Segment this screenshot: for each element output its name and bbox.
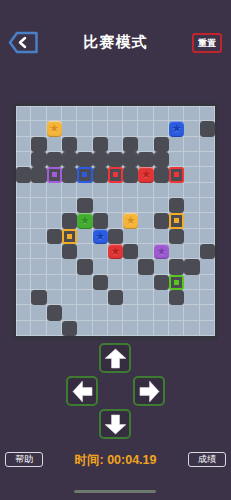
block <box>93 167 108 182</box>
home-indicator <box>74 490 156 493</box>
board-cell <box>93 152 108 167</box>
board-cell <box>62 198 77 213</box>
gem-blue: ★ <box>169 121 184 136</box>
board-cell <box>138 213 153 228</box>
star-icon: ★ <box>111 246 121 257</box>
board-cell <box>184 290 199 305</box>
board-cell: ★ <box>123 213 138 228</box>
board-cell <box>154 305 169 320</box>
block <box>200 121 215 136</box>
block <box>169 198 184 213</box>
down-arrow-icon <box>104 414 127 435</box>
block <box>108 229 123 244</box>
board-cell <box>169 305 184 320</box>
reset-button[interactable]: 重置 <box>192 33 222 53</box>
board-cell <box>31 244 46 259</box>
block <box>16 167 31 182</box>
target-center <box>174 172 179 177</box>
board-cell <box>16 321 31 336</box>
block <box>93 213 108 228</box>
gem-purple: ★ <box>154 244 169 259</box>
board-cell <box>47 167 62 182</box>
board-cell <box>47 213 62 228</box>
target-center <box>82 172 87 177</box>
target-yellow <box>62 229 77 244</box>
block <box>154 152 169 167</box>
board-cell <box>154 152 169 167</box>
board-cell <box>154 183 169 198</box>
board-cell <box>200 244 215 259</box>
block <box>169 290 184 305</box>
board-cell <box>200 198 215 213</box>
board-cell <box>31 321 46 336</box>
board-cell <box>62 244 77 259</box>
board-cell <box>31 167 46 182</box>
target-yellow <box>169 213 184 228</box>
block <box>108 290 123 305</box>
gem-yellow: ★ <box>47 121 62 136</box>
block <box>31 167 46 182</box>
board-cell <box>47 275 62 290</box>
board-cell <box>108 305 123 320</box>
board-cell <box>123 183 138 198</box>
block <box>169 229 184 244</box>
board-cell <box>77 259 92 274</box>
board-cell <box>184 321 199 336</box>
board-cell <box>169 183 184 198</box>
board-cell <box>108 290 123 305</box>
board-cell <box>184 137 199 152</box>
board-cell <box>200 152 215 167</box>
board-cell <box>47 229 62 244</box>
board-cell <box>200 275 215 290</box>
board-cell <box>154 213 169 228</box>
board-cell <box>62 121 77 136</box>
board-cell <box>77 290 92 305</box>
star-icon: ★ <box>172 123 182 134</box>
board-cell <box>31 106 46 121</box>
board-cell <box>154 121 169 136</box>
block <box>62 321 77 336</box>
board-cell <box>169 275 184 290</box>
board-cell <box>169 259 184 274</box>
board-cell <box>123 198 138 213</box>
block <box>93 275 108 290</box>
board-cell <box>138 121 153 136</box>
board-cell <box>200 290 215 305</box>
board-cell <box>184 106 199 121</box>
board-cell <box>16 229 31 244</box>
board-cell <box>16 198 31 213</box>
board-cell <box>93 321 108 336</box>
board-cell <box>154 167 169 182</box>
block <box>154 213 169 228</box>
board-cell <box>184 229 199 244</box>
board-cell <box>77 229 92 244</box>
board-cell <box>16 183 31 198</box>
board-cell <box>200 137 215 152</box>
star-icon: ★ <box>126 215 136 226</box>
target-purple <box>47 167 62 182</box>
board-cell <box>154 259 169 274</box>
board-cell <box>138 198 153 213</box>
board-cell <box>93 275 108 290</box>
star-icon: ★ <box>80 215 90 226</box>
board-cell <box>16 305 31 320</box>
board-cell <box>169 290 184 305</box>
board-cell <box>31 198 46 213</box>
board-cell <box>62 290 77 305</box>
block <box>123 167 138 182</box>
target-red <box>169 167 184 182</box>
board-cell <box>169 106 184 121</box>
board-cell <box>62 152 77 167</box>
board-cell <box>93 213 108 228</box>
target-green <box>169 275 184 290</box>
score-button[interactable]: 成绩 <box>188 452 226 467</box>
block <box>123 152 138 167</box>
block <box>62 167 77 182</box>
board-cell <box>47 305 62 320</box>
board-cell <box>138 229 153 244</box>
board-cell <box>138 106 153 121</box>
left-arrow-icon <box>72 380 93 403</box>
board-cell <box>184 198 199 213</box>
board-cell <box>184 305 199 320</box>
board-cell <box>47 321 62 336</box>
block <box>93 137 108 152</box>
board-cell <box>62 259 77 274</box>
board-cell <box>108 229 123 244</box>
block <box>138 152 153 167</box>
board-cell <box>47 244 62 259</box>
board-cell <box>184 167 199 182</box>
board-cell <box>200 305 215 320</box>
board-cell <box>154 137 169 152</box>
board-cell <box>16 213 31 228</box>
board-cell <box>93 167 108 182</box>
board-cell <box>123 290 138 305</box>
target-center <box>113 172 118 177</box>
board-cell: ★ <box>154 244 169 259</box>
board-cell <box>200 121 215 136</box>
board-cell <box>93 244 108 259</box>
board-cell <box>47 183 62 198</box>
gem-yellow: ★ <box>123 213 138 228</box>
block <box>154 167 169 182</box>
block <box>77 152 92 167</box>
board-cell <box>200 167 215 182</box>
star-icon: ★ <box>95 231 105 242</box>
board-cell <box>31 213 46 228</box>
star-icon: ★ <box>49 123 59 134</box>
block <box>77 259 92 274</box>
board-cell <box>154 290 169 305</box>
board-cell <box>93 305 108 320</box>
board-cell <box>16 259 31 274</box>
board-cell <box>169 229 184 244</box>
board-cell <box>77 305 92 320</box>
board-cell <box>138 183 153 198</box>
block <box>154 137 169 152</box>
board-cell <box>123 152 138 167</box>
block <box>62 213 77 228</box>
right-arrow-icon <box>139 380 160 403</box>
board-cell <box>123 121 138 136</box>
target-center <box>67 234 72 239</box>
board-cell <box>47 137 62 152</box>
board-cell <box>184 183 199 198</box>
board-cell <box>77 167 92 182</box>
board-cell <box>123 244 138 259</box>
block <box>154 275 169 290</box>
gem-green: ★ <box>77 213 92 228</box>
block <box>62 244 77 259</box>
board-cell <box>47 259 62 274</box>
gem-red: ★ <box>108 244 123 259</box>
board-cell <box>47 152 62 167</box>
board-cell <box>16 106 31 121</box>
board-cell <box>108 137 123 152</box>
board-cell <box>123 229 138 244</box>
board-cell <box>62 229 77 244</box>
board-cell <box>169 213 184 228</box>
board-cell <box>62 213 77 228</box>
block <box>200 244 215 259</box>
board-cell <box>16 137 31 152</box>
board-cell <box>62 137 77 152</box>
board-cell <box>123 305 138 320</box>
board-cell <box>108 259 123 274</box>
board-cell <box>184 121 199 136</box>
board-cell <box>16 244 31 259</box>
board-cell <box>138 137 153 152</box>
board-cell <box>16 121 31 136</box>
board-cell: ★ <box>169 121 184 136</box>
block <box>31 137 46 152</box>
star-icon: ★ <box>156 246 166 257</box>
board-cell: ★ <box>47 121 62 136</box>
dpad-down-button[interactable] <box>99 409 131 439</box>
block <box>138 259 153 274</box>
board-cell <box>31 275 46 290</box>
board-cell <box>47 106 62 121</box>
board-cell <box>62 321 77 336</box>
board-cell <box>169 152 184 167</box>
board-cell <box>154 275 169 290</box>
board-cell <box>184 259 199 274</box>
target-blue <box>77 167 92 182</box>
board-cell <box>138 259 153 274</box>
board-cell <box>93 121 108 136</box>
board-cell <box>154 106 169 121</box>
puzzle-board: ★★★★★★★★ <box>13 103 218 340</box>
board-cell <box>169 198 184 213</box>
board-cell <box>200 106 215 121</box>
block <box>108 152 123 167</box>
board-cell <box>108 198 123 213</box>
board-cell <box>108 106 123 121</box>
board-cell <box>123 321 138 336</box>
board-cell <box>77 198 92 213</box>
board-cell <box>138 152 153 167</box>
gem-red: ★ <box>138 167 153 182</box>
board-cell <box>47 290 62 305</box>
board-cell <box>31 259 46 274</box>
dpad-left-button[interactable] <box>66 376 98 406</box>
board-cell <box>138 290 153 305</box>
board-cell <box>108 121 123 136</box>
board-cell <box>62 275 77 290</box>
board-cell <box>16 290 31 305</box>
app-screen: 比赛模式 重置 ★★★★★★★★ 帮助 时间: 00:04.19 成绩 <box>0 0 231 500</box>
board-cell <box>93 198 108 213</box>
block <box>31 290 46 305</box>
board-cell <box>123 137 138 152</box>
board-cell <box>108 152 123 167</box>
star-icon: ★ <box>141 169 151 180</box>
dpad-right-button[interactable] <box>133 376 165 406</box>
board-cell: ★ <box>93 229 108 244</box>
block <box>77 198 92 213</box>
board-cell <box>77 321 92 336</box>
board-cell <box>31 152 46 167</box>
board-cell <box>31 183 46 198</box>
block <box>47 229 62 244</box>
board-cell <box>77 244 92 259</box>
board-cell <box>108 167 123 182</box>
block <box>123 244 138 259</box>
board-cell <box>169 137 184 152</box>
block <box>93 152 108 167</box>
board-cell <box>31 290 46 305</box>
board-cell <box>154 198 169 213</box>
board-cell: ★ <box>108 244 123 259</box>
board-cell <box>108 213 123 228</box>
board-cell <box>108 321 123 336</box>
board-cell <box>93 290 108 305</box>
board-cell <box>93 106 108 121</box>
board-cell <box>62 305 77 320</box>
board-cell <box>184 275 199 290</box>
block <box>169 259 184 274</box>
up-arrow-icon <box>104 348 127 369</box>
board-cell <box>108 183 123 198</box>
board-cell <box>31 305 46 320</box>
board-cell <box>184 213 199 228</box>
board-cell <box>154 229 169 244</box>
block <box>47 305 62 320</box>
board-cell <box>200 259 215 274</box>
board-cell <box>93 259 108 274</box>
block <box>47 152 62 167</box>
board-cell <box>31 229 46 244</box>
board-cell <box>47 198 62 213</box>
board-cell <box>93 137 108 152</box>
board-cell <box>77 152 92 167</box>
board-cell <box>200 213 215 228</box>
board-cell <box>200 321 215 336</box>
board-cell <box>123 275 138 290</box>
target-center <box>52 172 57 177</box>
board-cell <box>138 275 153 290</box>
board-cell <box>138 321 153 336</box>
board-cell <box>77 275 92 290</box>
board-cell <box>123 106 138 121</box>
gem-blue: ★ <box>93 229 108 244</box>
board-cell <box>77 106 92 121</box>
board-cell <box>62 167 77 182</box>
board-cell <box>123 167 138 182</box>
board-cell <box>16 167 31 182</box>
board-cell <box>16 275 31 290</box>
board-cell: ★ <box>138 167 153 182</box>
board-cell <box>31 137 46 152</box>
board-cell <box>16 152 31 167</box>
block <box>123 137 138 152</box>
board-cell <box>108 275 123 290</box>
board-cell <box>31 121 46 136</box>
board-cell <box>138 305 153 320</box>
target-center <box>174 218 179 223</box>
board-cell <box>169 321 184 336</box>
block <box>184 259 199 274</box>
block <box>31 152 46 167</box>
board-cell <box>169 167 184 182</box>
target-red <box>108 167 123 182</box>
board-cell <box>138 244 153 259</box>
board-cell <box>77 183 92 198</box>
block <box>62 137 77 152</box>
target-center <box>174 280 179 285</box>
board-cell <box>200 183 215 198</box>
dpad-up-button[interactable] <box>99 343 131 373</box>
board-cell <box>62 106 77 121</box>
board-cell <box>200 229 215 244</box>
board-cell <box>77 121 92 136</box>
block <box>62 152 77 167</box>
board-cell <box>123 259 138 274</box>
board-cell <box>184 152 199 167</box>
board-cell <box>169 244 184 259</box>
board-cell <box>184 244 199 259</box>
board-cell <box>77 137 92 152</box>
board-cell <box>93 183 108 198</box>
board-cell: ★ <box>77 213 92 228</box>
board-cell <box>62 183 77 198</box>
board-cell <box>154 321 169 336</box>
